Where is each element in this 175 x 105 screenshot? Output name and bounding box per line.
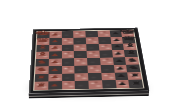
square-a3: ♞ <box>35 66 48 74</box>
red-knight: ♞ <box>35 67 48 72</box>
square-b4: ♟ <box>49 59 62 67</box>
black-pawn: ♟ <box>116 67 125 70</box>
square-h3: ♞ <box>126 64 140 72</box>
square-f2 <box>101 72 115 80</box>
black-rook: ♜ <box>129 73 140 77</box>
black-bishop: ♝ <box>124 50 139 55</box>
square-g3: ♟ <box>113 65 127 73</box>
red-pawn: ♟ <box>51 46 60 49</box>
square-c2 <box>62 73 75 81</box>
black-pawn: ♟ <box>115 59 124 62</box>
square-h4: ♞ <box>125 57 139 65</box>
black-pawn: ♟ <box>117 74 127 77</box>
red-pawn: ♟ <box>50 84 60 88</box>
black-bishop: ♝ <box>123 43 137 48</box>
black-king: ♚ <box>118 28 138 34</box>
square-d4 <box>74 58 87 66</box>
red-rook: ♜ <box>36 83 47 87</box>
square-b1: ♟ <box>48 81 62 89</box>
black-knight: ♞ <box>127 65 140 70</box>
chess-board-grid: ♚♟♟♚♛♟♟♛♝♟♟♝♝♟♟♝♞♟♟♞♞♟♟♞♜♟♟♜♜♟♟♜ <box>33 30 144 91</box>
square-f3 <box>100 65 114 73</box>
perspective-stage: ♚♟♟♚♛♟♟♛♝♟♟♝♝♟♟♝♞♟♟♞♞♟♟♞♜♟♟♜♜♟♟♜ <box>0 0 175 105</box>
board-top-rim: ♚♟♟♚♛♟♟♛♝♟♟♝♝♟♟♝♞♟♟♞♞♟♟♞♜♟♟♜♜♟♟♜ <box>29 27 150 93</box>
black-pawn: ♟ <box>118 82 128 86</box>
red-bishop: ♝ <box>36 45 50 50</box>
red-pawn: ♟ <box>51 40 60 43</box>
square-a4: ♞ <box>36 59 49 67</box>
black-pawn: ♟ <box>113 45 122 48</box>
square-d2 <box>75 73 89 81</box>
square-e2 <box>88 73 102 81</box>
red-pawn: ♟ <box>50 61 59 64</box>
black-queen: ♛ <box>120 35 138 41</box>
black-pawn: ♟ <box>112 39 121 42</box>
red-rook: ♜ <box>36 75 47 79</box>
square-e1 <box>88 80 102 88</box>
square-f1 <box>102 80 116 88</box>
square-c1 <box>62 81 76 89</box>
red-queen: ♛ <box>34 37 52 43</box>
red-knight: ♞ <box>36 60 49 65</box>
square-a2: ♜ <box>35 74 49 82</box>
square-g1: ♟ <box>115 80 130 88</box>
red-bishop: ♝ <box>35 52 50 57</box>
red-pawn: ♟ <box>51 53 60 56</box>
black-pawn: ♟ <box>111 32 120 35</box>
black-rook: ♜ <box>130 81 141 85</box>
square-g2: ♟ <box>114 72 128 80</box>
square-d1 <box>75 81 89 89</box>
red-pawn: ♟ <box>50 68 59 71</box>
black-pawn: ♟ <box>114 52 123 55</box>
black-knight: ♞ <box>126 58 139 62</box>
square-h1: ♜ <box>128 80 143 88</box>
square-b2: ♟ <box>48 73 61 81</box>
square-f4 <box>100 57 114 65</box>
square-h2: ♜ <box>127 72 141 80</box>
square-e3 <box>87 65 101 73</box>
square-a1: ♜ <box>34 82 48 90</box>
square-b3: ♟ <box>48 66 61 74</box>
chess-board-box: ♚♟♟♚♛♟♟♛♝♟♟♝♝♟♟♝♞♟♟♞♞♟♟♞♜♟♟♜♜♟♟♜ <box>29 27 150 93</box>
square-g4: ♟ <box>112 57 126 65</box>
square-d3 <box>74 65 87 73</box>
square-c4 <box>61 58 74 66</box>
square-e4 <box>87 58 100 66</box>
red-king: ♚ <box>33 30 53 36</box>
red-pawn: ♟ <box>50 76 60 79</box>
product-photo-scene: ♚♟♟♚♛♟♟♛♝♟♟♝♝♟♟♝♞♟♟♞♞♟♟♞♜♟♟♜♜♟♟♜ <box>0 0 175 105</box>
square-c3 <box>62 66 75 74</box>
